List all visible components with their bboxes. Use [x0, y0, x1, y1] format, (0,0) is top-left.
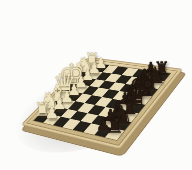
black-rook-a8[interactable]: ♜	[106, 115, 124, 136]
white-pawn-a2[interactable]: ♟	[45, 105, 59, 121]
product-photo-canvas: ♜♞♝♛♚♝♞♜♟♟♟♟♟♟♟♟♟♟♟♟♟♟♟♟♜♞♝♛♚♝♞♜	[0, 0, 192, 170]
